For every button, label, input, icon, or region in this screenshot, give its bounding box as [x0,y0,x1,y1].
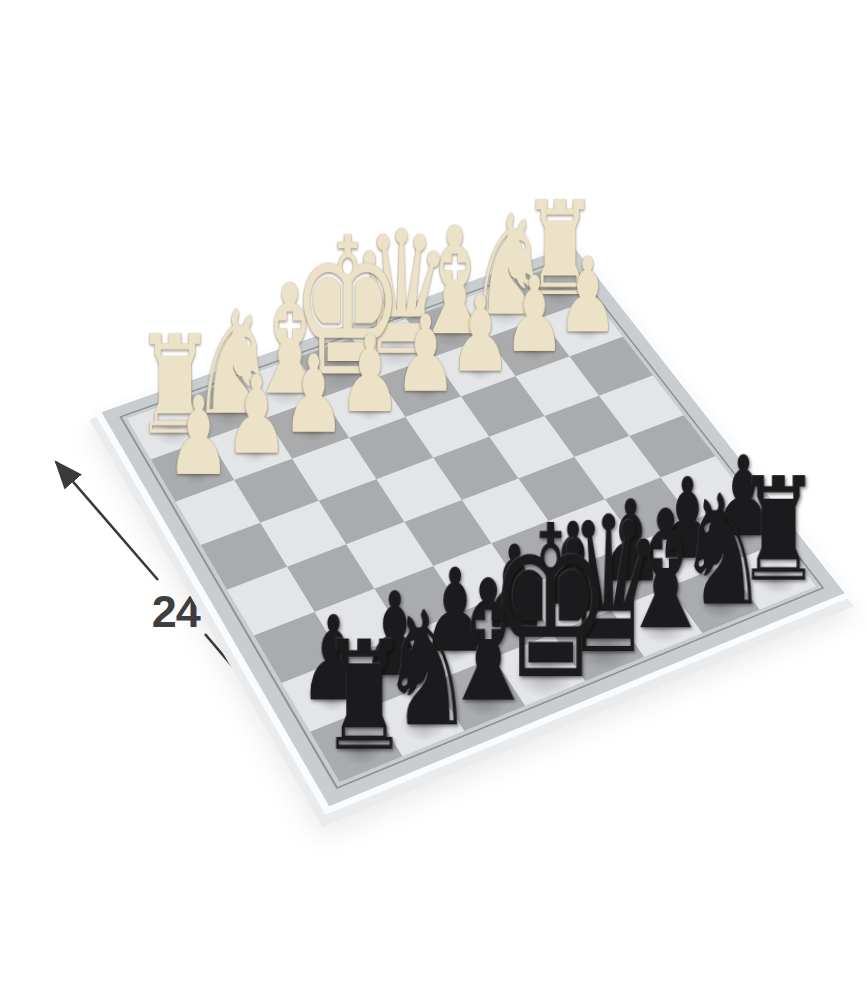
black-rook: ♜ [297,621,418,745]
chessboard: ♜♞♝♚♛♝♞♜♟♟♟♟♟♟♟♟♟♟♟♟♟♟♟♟♜♞♝♚♛♝♞♜ [93,239,855,814]
white-pawn: ♟ [150,382,237,471]
board-scene: ♜♞♝♚♛♝♞♜♟♟♟♟♟♟♟♟♟♟♟♟♟♟♟♟♜♞♝♚♛♝♞♜ [179,217,745,783]
chess-set-product-photo: 24" ♜♞♝♚♛♝♞♜♟♟♟♟♟♟♟♟♟♟♟♟♟♟♟♟♜♞♝♚♛♝♞♜ [0,0,867,1000]
